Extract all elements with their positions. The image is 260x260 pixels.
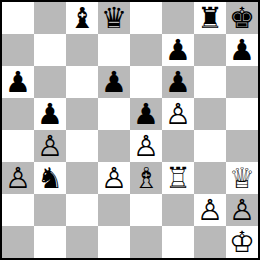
white-pawn-icon[interactable]: ♙ — [98, 162, 130, 194]
square-b6[interactable] — [34, 66, 66, 98]
square-d3[interactable]: ♙ — [98, 162, 130, 194]
square-b7[interactable] — [34, 34, 66, 66]
square-g3[interactable] — [194, 162, 226, 194]
square-e2[interactable] — [130, 194, 162, 226]
square-e7[interactable] — [130, 34, 162, 66]
black-rook-icon[interactable]: ♜ — [194, 2, 226, 34]
square-d6[interactable]: ♟ — [98, 66, 130, 98]
square-a5[interactable] — [2, 98, 34, 130]
square-a3[interactable]: ♙ — [2, 162, 34, 194]
square-b1[interactable] — [34, 226, 66, 258]
square-h3[interactable]: ♕ — [226, 162, 258, 194]
square-b8[interactable] — [34, 2, 66, 34]
square-c1[interactable] — [66, 226, 98, 258]
square-f2[interactable] — [162, 194, 194, 226]
square-g6[interactable] — [194, 66, 226, 98]
white-rook-icon[interactable]: ♖ — [162, 162, 194, 194]
square-g7[interactable] — [194, 34, 226, 66]
white-bishop-icon[interactable]: ♗ — [130, 162, 162, 194]
square-f8[interactable] — [162, 2, 194, 34]
square-a7[interactable] — [2, 34, 34, 66]
square-c5[interactable] — [66, 98, 98, 130]
black-pawn-icon[interactable]: ♟ — [2, 66, 34, 98]
black-knight-icon[interactable]: ♞ — [34, 162, 66, 194]
white-pawn-icon[interactable]: ♙ — [194, 194, 226, 226]
square-g1[interactable] — [194, 226, 226, 258]
square-c2[interactable] — [66, 194, 98, 226]
square-f1[interactable] — [162, 226, 194, 258]
square-a1[interactable] — [2, 226, 34, 258]
square-f5[interactable]: ♙ — [162, 98, 194, 130]
square-h4[interactable] — [226, 130, 258, 162]
square-a8[interactable] — [2, 2, 34, 34]
black-pawn-icon[interactable]: ♟ — [162, 66, 194, 98]
square-c6[interactable] — [66, 66, 98, 98]
square-e4[interactable]: ♙ — [130, 130, 162, 162]
white-pawn-icon[interactable]: ♙ — [226, 194, 258, 226]
square-h1[interactable]: ♔ — [226, 226, 258, 258]
square-e8[interactable] — [130, 2, 162, 34]
square-c7[interactable] — [66, 34, 98, 66]
square-h7[interactable]: ♟ — [226, 34, 258, 66]
square-d7[interactable] — [98, 34, 130, 66]
square-d1[interactable] — [98, 226, 130, 258]
square-a2[interactable] — [2, 194, 34, 226]
white-king-icon[interactable]: ♔ — [226, 226, 258, 258]
black-bishop-icon[interactable]: ♝ — [66, 2, 98, 34]
black-pawn-icon[interactable]: ♟ — [226, 34, 258, 66]
square-e5[interactable]: ♟ — [130, 98, 162, 130]
white-pawn-icon[interactable]: ♙ — [2, 162, 34, 194]
square-b2[interactable] — [34, 194, 66, 226]
black-pawn-icon[interactable]: ♟ — [130, 98, 162, 130]
square-a4[interactable] — [2, 130, 34, 162]
square-g4[interactable] — [194, 130, 226, 162]
square-e6[interactable] — [130, 66, 162, 98]
square-c8[interactable]: ♝ — [66, 2, 98, 34]
chess-board-grid: ♝♛♜♚♟♟♟♟♟♟♟♙♙♙♙♞♙♗♖♕♙♙♔ — [2, 2, 258, 258]
black-pawn-icon[interactable]: ♟ — [98, 66, 130, 98]
square-d2[interactable] — [98, 194, 130, 226]
square-h5[interactable] — [226, 98, 258, 130]
square-g5[interactable] — [194, 98, 226, 130]
black-pawn-icon[interactable]: ♟ — [162, 34, 194, 66]
square-f7[interactable]: ♟ — [162, 34, 194, 66]
square-h2[interactable]: ♙ — [226, 194, 258, 226]
square-b3[interactable]: ♞ — [34, 162, 66, 194]
square-h8[interactable]: ♚ — [226, 2, 258, 34]
square-a6[interactable]: ♟ — [2, 66, 34, 98]
square-e1[interactable] — [130, 226, 162, 258]
square-c4[interactable] — [66, 130, 98, 162]
square-f3[interactable]: ♖ — [162, 162, 194, 194]
black-pawn-icon[interactable]: ♟ — [34, 98, 66, 130]
square-h6[interactable] — [226, 66, 258, 98]
white-pawn-icon[interactable]: ♙ — [162, 98, 194, 130]
white-queen-icon[interactable]: ♕ — [226, 162, 258, 194]
square-f4[interactable] — [162, 130, 194, 162]
square-b5[interactable]: ♟ — [34, 98, 66, 130]
black-queen-icon[interactable]: ♛ — [98, 2, 130, 34]
square-d8[interactable]: ♛ — [98, 2, 130, 34]
square-g2[interactable]: ♙ — [194, 194, 226, 226]
square-f6[interactable]: ♟ — [162, 66, 194, 98]
white-pawn-icon[interactable]: ♙ — [130, 130, 162, 162]
square-e3[interactable]: ♗ — [130, 162, 162, 194]
white-pawn-icon[interactable]: ♙ — [34, 130, 66, 162]
square-b4[interactable]: ♙ — [34, 130, 66, 162]
black-king-icon[interactable]: ♚ — [226, 2, 258, 34]
square-d4[interactable] — [98, 130, 130, 162]
square-g8[interactable]: ♜ — [194, 2, 226, 34]
chess-board: ♝♛♜♚♟♟♟♟♟♟♟♙♙♙♙♞♙♗♖♕♙♙♔ — [0, 0, 260, 260]
square-c3[interactable] — [66, 162, 98, 194]
square-d5[interactable] — [98, 98, 130, 130]
